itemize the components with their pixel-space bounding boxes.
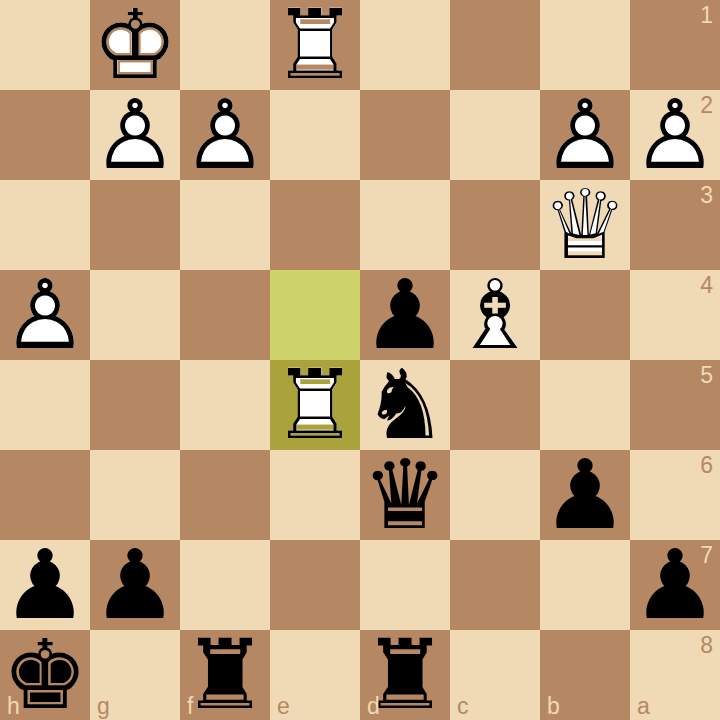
coord-rank-1: 1 [700, 4, 713, 27]
square-c3[interactable] [450, 180, 540, 270]
square-f5[interactable] [180, 360, 270, 450]
square-c1[interactable] [450, 0, 540, 90]
square-d6[interactable]: ♛ [360, 450, 450, 540]
square-e4[interactable] [270, 270, 360, 360]
square-a5[interactable]: 5 [630, 360, 720, 450]
square-a2[interactable]: ♟♙2 [630, 90, 720, 180]
square-h7[interactable]: ♟ [0, 540, 90, 630]
square-a8[interactable]: 8a [630, 630, 720, 720]
black-king-glyph: ♚ [0, 630, 90, 720]
chess-board[interactable]: ♚♔♜♖1♟♙♟♙♟♙♟♙2♛♕3♟♙♟♝♗4♜♖♞5♛♟6♟♟♟7♚hg♜fe… [0, 0, 720, 720]
white-king[interactable]: ♚♔ [90, 0, 180, 90]
square-h1[interactable] [0, 0, 90, 90]
coord-rank-3: 3 [700, 184, 713, 207]
square-d1[interactable] [360, 0, 450, 90]
square-b5[interactable] [540, 360, 630, 450]
square-g6[interactable] [90, 450, 180, 540]
white-king-outline: ♔ [90, 0, 180, 90]
white-pawn-outline: ♙ [180, 90, 270, 180]
black-pawn[interactable]: ♟ [360, 270, 450, 360]
black-queen-glyph: ♛ [360, 450, 450, 540]
white-pawn-outline: ♙ [0, 270, 90, 360]
black-rook-glyph: ♜ [360, 630, 450, 720]
black-pawn-glyph: ♟ [630, 540, 720, 630]
square-c2[interactable] [450, 90, 540, 180]
black-pawn[interactable]: ♟ [90, 540, 180, 630]
square-b8[interactable]: b [540, 630, 630, 720]
black-pawn[interactable]: ♟ [630, 540, 720, 630]
white-pawn-outline: ♙ [540, 90, 630, 180]
white-pawn-outline: ♙ [630, 90, 720, 180]
square-g1[interactable]: ♚♔ [90, 0, 180, 90]
square-e6[interactable] [270, 450, 360, 540]
white-bishop-outline: ♗ [450, 270, 540, 360]
square-a1[interactable]: 1 [630, 0, 720, 90]
square-b7[interactable] [540, 540, 630, 630]
square-g4[interactable] [90, 270, 180, 360]
square-h5[interactable] [0, 360, 90, 450]
square-e3[interactable] [270, 180, 360, 270]
white-pawn-outline: ♙ [90, 90, 180, 180]
coord-file-e: e [277, 695, 290, 718]
coord-file-g: g [97, 695, 110, 718]
square-a4[interactable]: 4 [630, 270, 720, 360]
black-queen[interactable]: ♛ [360, 450, 450, 540]
white-pawn[interactable]: ♟♙ [180, 90, 270, 180]
white-rook[interactable]: ♜♖ [270, 0, 360, 90]
white-rook[interactable]: ♜♖ [270, 360, 360, 450]
black-rook[interactable]: ♜ [180, 630, 270, 720]
coord-rank-4: 4 [700, 274, 713, 297]
square-f3[interactable] [180, 180, 270, 270]
white-queen[interactable]: ♛♕ [540, 180, 630, 270]
square-h8[interactable]: ♚h [0, 630, 90, 720]
black-pawn-glyph: ♟ [0, 540, 90, 630]
square-d2[interactable] [360, 90, 450, 180]
square-a6[interactable]: 6 [630, 450, 720, 540]
coord-rank-5: 5 [700, 364, 713, 387]
black-pawn-glyph: ♟ [90, 540, 180, 630]
white-pawn[interactable]: ♟♙ [630, 90, 720, 180]
black-knight[interactable]: ♞ [360, 360, 450, 450]
square-h6[interactable] [0, 450, 90, 540]
square-e1[interactable]: ♜♖ [270, 0, 360, 90]
white-pawn[interactable]: ♟♙ [0, 270, 90, 360]
square-d8[interactable]: ♜d [360, 630, 450, 720]
square-f7[interactable] [180, 540, 270, 630]
square-c5[interactable] [450, 360, 540, 450]
square-b6[interactable]: ♟ [540, 450, 630, 540]
white-bishop[interactable]: ♝♗ [450, 270, 540, 360]
square-c4[interactable]: ♝♗ [450, 270, 540, 360]
square-f1[interactable] [180, 0, 270, 90]
white-queen-outline: ♕ [540, 180, 630, 270]
square-f8[interactable]: ♜f [180, 630, 270, 720]
square-b4[interactable] [540, 270, 630, 360]
white-rook-outline: ♖ [270, 0, 360, 90]
square-a7[interactable]: ♟7 [630, 540, 720, 630]
square-f4[interactable] [180, 270, 270, 360]
square-b3[interactable]: ♛♕ [540, 180, 630, 270]
square-g7[interactable]: ♟ [90, 540, 180, 630]
black-pawn[interactable]: ♟ [540, 450, 630, 540]
square-e5[interactable]: ♜♖ [270, 360, 360, 450]
square-f2[interactable]: ♟♙ [180, 90, 270, 180]
square-g3[interactable] [90, 180, 180, 270]
square-c7[interactable] [450, 540, 540, 630]
chess-board-wrap: ♚♔♜♖1♟♙♟♙♟♙♟♙2♛♕3♟♙♟♝♗4♜♖♞5♛♟6♟♟♟7♚hg♜fe… [0, 0, 720, 720]
square-d7[interactable] [360, 540, 450, 630]
square-b2[interactable]: ♟♙ [540, 90, 630, 180]
black-pawn[interactable]: ♟ [0, 540, 90, 630]
black-rook[interactable]: ♜ [360, 630, 450, 720]
white-rook-outline: ♖ [270, 360, 360, 450]
square-h4[interactable]: ♟♙ [0, 270, 90, 360]
square-d4[interactable]: ♟ [360, 270, 450, 360]
square-d3[interactable] [360, 180, 450, 270]
black-rook-glyph: ♜ [180, 630, 270, 720]
square-h2[interactable] [0, 90, 90, 180]
square-a3[interactable]: 3 [630, 180, 720, 270]
coord-file-c: c [457, 695, 469, 718]
square-f6[interactable] [180, 450, 270, 540]
square-h3[interactable] [0, 180, 90, 270]
square-c8[interactable]: c [450, 630, 540, 720]
square-d5[interactable]: ♞ [360, 360, 450, 450]
square-g5[interactable] [90, 360, 180, 450]
black-pawn-glyph: ♟ [540, 450, 630, 540]
square-c6[interactable] [450, 450, 540, 540]
square-g2[interactable]: ♟♙ [90, 90, 180, 180]
coord-file-a: a [637, 695, 650, 718]
square-e7[interactable] [270, 540, 360, 630]
black-king[interactable]: ♚ [0, 630, 90, 720]
black-pawn-glyph: ♟ [360, 270, 450, 360]
coord-file-b: b [547, 695, 560, 718]
white-pawn[interactable]: ♟♙ [90, 90, 180, 180]
coord-rank-8: 8 [700, 634, 713, 657]
black-knight-glyph: ♞ [360, 360, 450, 450]
square-b1[interactable] [540, 0, 630, 90]
white-pawn[interactable]: ♟♙ [540, 90, 630, 180]
square-g8[interactable]: g [90, 630, 180, 720]
square-e8[interactable]: e [270, 630, 360, 720]
square-e2[interactable] [270, 90, 360, 180]
coord-rank-6: 6 [700, 454, 713, 477]
